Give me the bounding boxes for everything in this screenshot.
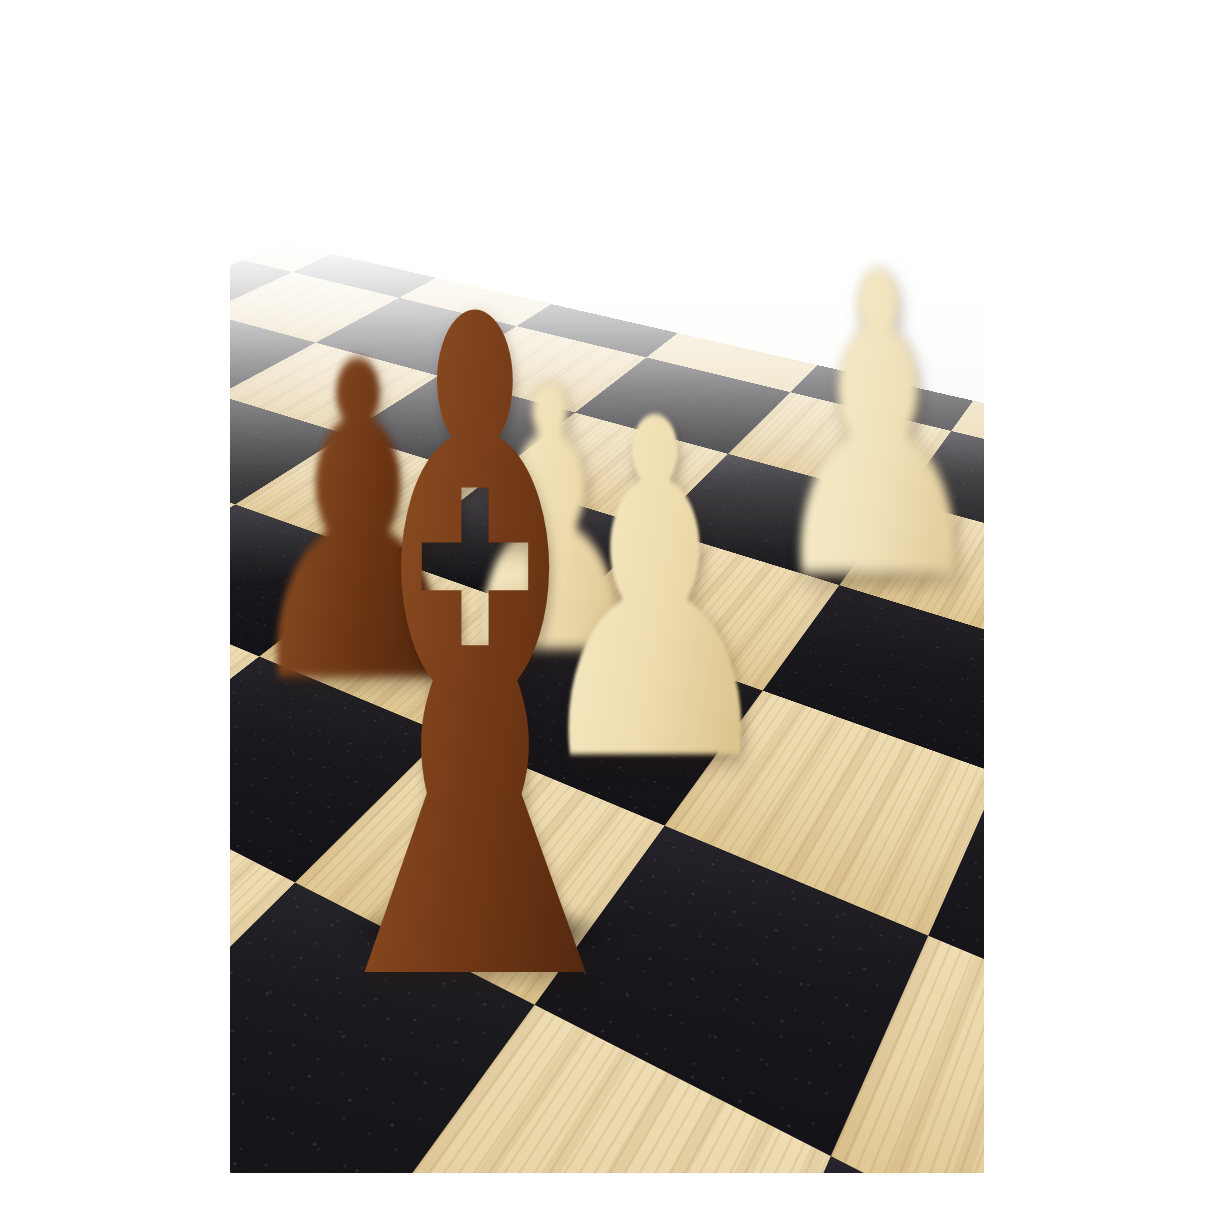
page-background: ♟♟♟♟♝ <box>0 0 1214 1214</box>
pieces-layer: ♟♟♟♟♝ <box>230 40 984 1173</box>
black-bishop-e4[interactable]: ♝ <box>264 205 687 1112</box>
white-pawn-e6[interactable]: ♟ <box>762 221 984 639</box>
chess-photo: ♟♟♟♟♝ <box>230 40 984 1173</box>
